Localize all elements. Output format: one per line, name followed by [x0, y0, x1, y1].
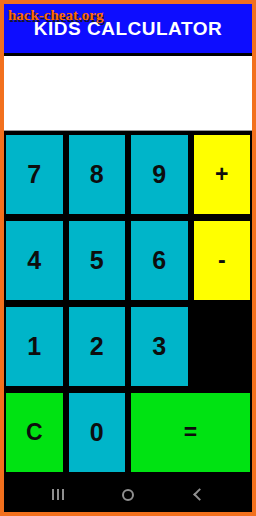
- key-1[interactable]: 1: [6, 307, 63, 386]
- android-nav-bar: [4, 477, 252, 512]
- key-4[interactable]: 4: [6, 221, 63, 300]
- key-minus[interactable]: -: [194, 221, 251, 300]
- key-0[interactable]: 0: [69, 393, 126, 472]
- back-button[interactable]: [191, 488, 205, 502]
- key-plus[interactable]: +: [194, 135, 251, 214]
- page-title: KIDS CALCULATOR: [34, 18, 222, 40]
- back-icon: [193, 488, 206, 501]
- calculator-display: [4, 56, 252, 131]
- key-9[interactable]: 9: [131, 135, 188, 214]
- home-button[interactable]: [121, 488, 135, 502]
- key-clear[interactable]: C: [6, 393, 63, 472]
- key-8[interactable]: 8: [69, 135, 126, 214]
- calculator-keypad: 7 8 9 + 4 5 6 - 1 2 3 C 0 =: [4, 131, 252, 477]
- keypad-empty-cell: [194, 307, 251, 386]
- key-equals[interactable]: =: [131, 393, 250, 472]
- key-7[interactable]: 7: [6, 135, 63, 214]
- app-title-bar: KIDS CALCULATOR: [4, 4, 252, 56]
- key-3[interactable]: 3: [131, 307, 188, 386]
- recents-icon: [52, 489, 64, 500]
- key-5[interactable]: 5: [69, 221, 126, 300]
- app-window: KIDS CALCULATOR 7 8 9 + 4 5 6 - 1 2 3 C …: [0, 0, 256, 516]
- home-icon: [122, 489, 134, 501]
- key-2[interactable]: 2: [69, 307, 126, 386]
- key-6[interactable]: 6: [131, 221, 188, 300]
- recents-button[interactable]: [51, 488, 65, 502]
